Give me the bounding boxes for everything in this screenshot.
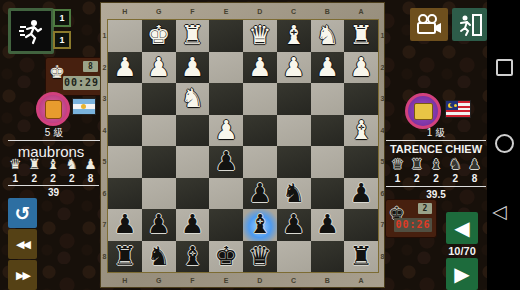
board-grid: ♚♜♛♝♞♜♟♟♟♟♟♟♟♞♟♝♟♟♞♟♟♟♟♝♟♟♜♞♝♚♛♜ bbox=[108, 20, 378, 272]
square-e4[interactable]: ♟ bbox=[209, 115, 243, 147]
square-e5[interactable]: ♟ bbox=[209, 146, 243, 178]
coordinate-label: D bbox=[243, 275, 277, 287]
square-f2[interactable]: ♟ bbox=[176, 52, 210, 84]
rook-count: 2 bbox=[25, 173, 44, 184]
rook-icon: ♜ bbox=[407, 156, 426, 172]
white-knight-b1: ♞ bbox=[311, 20, 345, 50]
divider bbox=[386, 140, 486, 141]
coordinate-label: B bbox=[311, 275, 345, 287]
square-f1[interactable]: ♜ bbox=[176, 20, 210, 52]
knight-icon: ♞ bbox=[62, 156, 81, 172]
coordinate-label: E bbox=[209, 6, 243, 18]
square-h3[interactable] bbox=[108, 83, 142, 115]
coordinate-label: C bbox=[277, 6, 311, 18]
white-clock-small-display: 8 bbox=[83, 61, 98, 72]
bishop-count: 2 bbox=[426, 173, 445, 184]
black-rook-a8: ♜ bbox=[344, 241, 378, 271]
white-pawn-b2: ♟ bbox=[311, 52, 345, 82]
square-h5[interactable] bbox=[108, 146, 142, 178]
black-pawn-a6: ♟ bbox=[344, 178, 378, 208]
bishop-icon: ♝ bbox=[44, 156, 63, 172]
square-e1[interactable] bbox=[209, 20, 243, 52]
square-e2[interactable] bbox=[209, 52, 243, 84]
white-clock-time: 00:29 bbox=[63, 76, 100, 90]
rook-count: 2 bbox=[407, 173, 426, 184]
square-b6[interactable] bbox=[311, 178, 345, 210]
coordinate-label: 4 bbox=[101, 115, 108, 147]
coordinate-label: B bbox=[311, 6, 345, 18]
coordinate-label: E bbox=[209, 275, 243, 287]
running-person-icon bbox=[17, 17, 45, 45]
square-g3[interactable] bbox=[142, 83, 176, 115]
white-bishop-a4: ♝ bbox=[344, 115, 378, 145]
malaysia-flag bbox=[445, 100, 471, 118]
white-bishop-c1: ♝ bbox=[277, 20, 311, 50]
white-pawn-h2: ♟ bbox=[108, 52, 142, 82]
flag-crescent bbox=[448, 103, 453, 108]
coordinate-label: A bbox=[344, 6, 378, 18]
badge-yellow-count: 1 bbox=[53, 31, 71, 49]
run-to-door-icon bbox=[457, 13, 483, 37]
coordinate-label: F bbox=[176, 6, 210, 18]
square-d6[interactable]: ♟ bbox=[243, 178, 277, 210]
square-g8[interactable]: ♞ bbox=[142, 241, 176, 273]
white-player-avatar[interactable] bbox=[36, 92, 70, 126]
coordinate-label: 6 bbox=[101, 178, 108, 210]
queen-icon: ♛ bbox=[388, 156, 407, 172]
avatar-robot-figure bbox=[45, 100, 62, 119]
rewind-button[interactable]: ◀◀ bbox=[8, 229, 37, 259]
knight-count: 2 bbox=[62, 173, 81, 184]
square-d3[interactable] bbox=[243, 83, 277, 115]
file-labels-top: HGFEDCBA bbox=[108, 6, 378, 18]
square-f5[interactable] bbox=[176, 146, 210, 178]
rank-labels-left: 12345678 bbox=[101, 20, 108, 272]
square-h1[interactable] bbox=[108, 20, 142, 52]
white-rook-a1: ♜ bbox=[344, 20, 378, 50]
coordinate-label: D bbox=[243, 6, 277, 18]
coordinate-label: H bbox=[108, 275, 142, 287]
square-h4[interactable] bbox=[108, 115, 142, 147]
coordinate-label: 5 bbox=[101, 146, 108, 178]
square-e3[interactable] bbox=[209, 83, 243, 115]
square-b2[interactable]: ♟ bbox=[311, 52, 345, 84]
square-a4[interactable]: ♝ bbox=[344, 115, 378, 147]
avatar-scroll-figure bbox=[414, 103, 433, 120]
pawn-count: 8 bbox=[465, 173, 484, 184]
square-f6[interactable] bbox=[176, 178, 210, 210]
coordinate-label: 1 bbox=[101, 20, 108, 52]
black-pawn-d6: ♟ bbox=[243, 178, 277, 208]
black-bishop-d7: ♝ bbox=[243, 209, 277, 239]
white-pawn-f2: ♟ bbox=[176, 52, 210, 82]
queen-count: 1 bbox=[6, 173, 25, 184]
square-a7[interactable] bbox=[344, 209, 378, 241]
recent-apps-icon[interactable] bbox=[496, 59, 513, 76]
coordinate-label: G bbox=[142, 6, 176, 18]
square-c2[interactable]: ♟ bbox=[277, 52, 311, 84]
coordinate-label: H bbox=[108, 6, 142, 18]
square-c8[interactable] bbox=[277, 241, 311, 273]
coordinate-label: 3 bbox=[379, 83, 386, 115]
square-e7[interactable] bbox=[209, 209, 243, 241]
pawn-icon: ♟ bbox=[465, 156, 484, 172]
square-g1[interactable]: ♚ bbox=[142, 20, 176, 52]
white-material-counts: 1 2 2 2 8 bbox=[6, 173, 100, 184]
black-pawn-b7: ♟ bbox=[311, 209, 345, 239]
android-navbar: ◁ bbox=[487, 0, 520, 290]
move-counter: 10/70 bbox=[440, 245, 484, 257]
argentina-flag bbox=[72, 98, 96, 115]
black-clock-time: 00:26 bbox=[394, 218, 432, 232]
white-knight-f3: ♞ bbox=[176, 83, 210, 113]
coordinate-label: G bbox=[142, 275, 176, 287]
coordinate-label: 8 bbox=[379, 241, 386, 273]
previous-move-button[interactable]: ◀ bbox=[446, 212, 478, 244]
square-h2[interactable]: ♟ bbox=[108, 52, 142, 84]
movie-camera-icon bbox=[415, 14, 443, 36]
black-material-icons: ♛ ♜ ♝ ♞ ♟ bbox=[388, 156, 484, 172]
knight-icon: ♞ bbox=[446, 156, 465, 172]
black-player-name: TARENCE CHIEW bbox=[384, 143, 488, 155]
square-a8[interactable]: ♜ bbox=[344, 241, 378, 273]
bishop-count: 2 bbox=[44, 173, 63, 184]
coordinate-label: 2 bbox=[379, 52, 386, 84]
file-labels-bottom: HGFEDCBA bbox=[108, 275, 378, 287]
square-c3[interactable] bbox=[277, 83, 311, 115]
square-f7[interactable]: ♟ bbox=[176, 209, 210, 241]
square-c6[interactable]: ♞ bbox=[277, 178, 311, 210]
black-knight-g8: ♞ bbox=[142, 241, 176, 271]
square-b7[interactable]: ♟ bbox=[311, 209, 345, 241]
coordinate-label: 7 bbox=[101, 209, 108, 241]
square-a6[interactable]: ♟ bbox=[344, 178, 378, 210]
white-pawn-g2: ♟ bbox=[142, 52, 176, 82]
square-g7[interactable]: ♟ bbox=[142, 209, 176, 241]
coordinate-label: 1 bbox=[379, 20, 386, 52]
square-b1[interactable]: ♞ bbox=[311, 20, 345, 52]
undo-button[interactable]: ↺ bbox=[8, 198, 37, 228]
white-material-icons: ♛ ♜ ♝ ♞ ♟ bbox=[6, 156, 100, 172]
divider bbox=[386, 186, 486, 187]
coordinate-label: 2 bbox=[101, 52, 108, 84]
speed-mode-button[interactable] bbox=[8, 8, 54, 54]
white-king-g1: ♚ bbox=[142, 20, 176, 50]
black-pawn-h7: ♟ bbox=[108, 209, 142, 239]
white-queen-d1: ♛ bbox=[243, 20, 277, 50]
square-g6[interactable] bbox=[142, 178, 176, 210]
black-player-avatar[interactable] bbox=[405, 93, 441, 129]
square-c1[interactable]: ♝ bbox=[277, 20, 311, 52]
black-pawn-g7: ♟ bbox=[142, 209, 176, 239]
square-c7[interactable]: ♟ bbox=[277, 209, 311, 241]
pawn-icon: ♟ bbox=[81, 156, 100, 172]
square-g4[interactable] bbox=[142, 115, 176, 147]
white-clock: ♚ 8 00:29 bbox=[45, 57, 104, 96]
queen-icon: ♛ bbox=[6, 156, 25, 172]
white-player-rank: 5 級 bbox=[8, 126, 100, 140]
record-game-button[interactable] bbox=[410, 8, 448, 41]
coordinate-label: 8 bbox=[101, 241, 108, 273]
chess-board: HGFEDCBA HGFEDCBA 12345678 12345678 ♚♜♛♝… bbox=[100, 2, 385, 288]
knight-count: 2 bbox=[446, 173, 465, 184]
square-e8[interactable]: ♚ bbox=[209, 241, 243, 273]
chess-app-screen: 1 1 ♚ 8 00:29 5 級 maubrons ♛ ♜ ♝ ♞ ♟ 1 2… bbox=[0, 0, 520, 290]
square-d8[interactable]: ♛ bbox=[243, 241, 277, 273]
back-icon[interactable]: ◁ bbox=[492, 200, 507, 222]
black-clock-small-display: 2 bbox=[418, 203, 432, 214]
square-f8[interactable]: ♝ bbox=[176, 241, 210, 273]
square-a5[interactable] bbox=[344, 146, 378, 178]
square-b3[interactable] bbox=[311, 83, 345, 115]
coordinate-label: 4 bbox=[379, 115, 386, 147]
square-b4[interactable] bbox=[311, 115, 345, 147]
square-d1[interactable]: ♛ bbox=[243, 20, 277, 52]
square-d7[interactable]: ♝ bbox=[243, 209, 277, 241]
white-rook-f1: ♜ bbox=[176, 20, 210, 50]
coordinate-label: F bbox=[176, 275, 210, 287]
square-h7[interactable]: ♟ bbox=[108, 209, 142, 241]
black-king-e8: ♚ bbox=[209, 241, 243, 271]
queen-count: 1 bbox=[388, 173, 407, 184]
black-pawn-c7: ♟ bbox=[277, 209, 311, 239]
white-pawn-c2: ♟ bbox=[277, 52, 311, 82]
white-pawn-a2: ♟ bbox=[344, 52, 378, 82]
square-g5[interactable] bbox=[142, 146, 176, 178]
square-b8[interactable] bbox=[311, 241, 345, 273]
square-b5[interactable] bbox=[311, 146, 345, 178]
square-c4[interactable] bbox=[277, 115, 311, 147]
white-material-score: 39 bbox=[8, 187, 99, 198]
black-queen-d8: ♛ bbox=[243, 241, 277, 271]
square-c5[interactable] bbox=[277, 146, 311, 178]
home-icon[interactable] bbox=[495, 134, 514, 153]
square-f4[interactable] bbox=[176, 115, 210, 147]
square-d2[interactable]: ♟ bbox=[243, 52, 277, 84]
black-pawn-f7: ♟ bbox=[176, 209, 210, 239]
square-a1[interactable]: ♜ bbox=[344, 20, 378, 52]
bishop-icon: ♝ bbox=[426, 156, 445, 172]
square-a2[interactable]: ♟ bbox=[344, 52, 378, 84]
square-e6[interactable] bbox=[209, 178, 243, 210]
black-clock: ♚ 2 00:26 bbox=[385, 199, 437, 238]
divider bbox=[8, 185, 99, 186]
square-h6[interactable] bbox=[108, 178, 142, 210]
square-g2[interactable]: ♟ bbox=[142, 52, 176, 84]
black-player-rank: 1 級 bbox=[386, 126, 486, 140]
coordinate-label: C bbox=[277, 275, 311, 287]
black-pawn-e5: ♟ bbox=[209, 146, 243, 176]
fast-forward-button[interactable]: ▶▶ bbox=[8, 260, 37, 290]
next-move-button[interactable]: ▶ bbox=[446, 258, 478, 290]
coordinate-label: 3 bbox=[101, 83, 108, 115]
square-f3[interactable]: ♞ bbox=[176, 83, 210, 115]
black-knight-c6: ♞ bbox=[277, 178, 311, 208]
black-rook-h8: ♜ bbox=[108, 241, 142, 271]
quit-game-button[interactable] bbox=[452, 8, 487, 41]
black-bishop-f8: ♝ bbox=[176, 241, 210, 271]
square-d4[interactable] bbox=[243, 115, 277, 147]
badge-green-count: 1 bbox=[53, 9, 71, 27]
coordinate-label: A bbox=[344, 275, 378, 287]
square-h8[interactable]: ♜ bbox=[108, 241, 142, 273]
divider bbox=[8, 140, 100, 141]
pawn-count: 8 bbox=[81, 173, 100, 184]
rook-icon: ♜ bbox=[25, 156, 44, 172]
square-d5[interactable] bbox=[243, 146, 277, 178]
square-a3[interactable] bbox=[344, 83, 378, 115]
white-pawn-d2: ♟ bbox=[243, 52, 277, 82]
white-pawn-e4: ♟ bbox=[209, 115, 243, 145]
flag-star bbox=[454, 104, 457, 107]
black-material-counts: 1 2 2 2 8 bbox=[388, 173, 484, 184]
